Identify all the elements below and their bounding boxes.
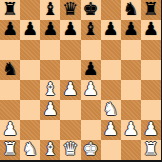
- square-e2[interactable]: [81, 120, 101, 140]
- black-pawn-icon: ♟: [22, 20, 38, 38]
- square-h6[interactable]: [141, 40, 161, 60]
- chess-board: ♜♝♛♚♞♜♟♟♟♟♝♟♟♟♞♟♝♟♟♟♞♟♟♟♟♜♞♝♛♚♜: [0, 0, 162, 162]
- square-g3[interactable]: [121, 100, 141, 120]
- black-bishop-icon: ♝: [42, 0, 58, 18]
- square-h7[interactable]: ♟: [141, 20, 161, 40]
- square-d6[interactable]: [60, 40, 80, 60]
- square-d5[interactable]: [60, 60, 80, 80]
- black-king-icon: ♚: [82, 0, 98, 18]
- white-pawn-icon: ♟: [42, 100, 58, 118]
- square-d1[interactable]: ♛: [60, 140, 80, 160]
- square-a1[interactable]: ♜: [0, 140, 20, 160]
- white-knight-icon: ♞: [103, 100, 119, 118]
- black-pawn-icon: ♟: [103, 20, 119, 38]
- square-h2[interactable]: ♟: [141, 120, 161, 140]
- square-c6[interactable]: [40, 40, 60, 60]
- square-b2[interactable]: [20, 120, 40, 140]
- black-pawn-icon: ♟: [143, 20, 159, 38]
- white-bishop-icon: ♝: [42, 140, 58, 158]
- square-c5[interactable]: [40, 60, 60, 80]
- black-knight-icon: ♞: [123, 0, 139, 18]
- square-f6[interactable]: [101, 40, 121, 60]
- square-d3[interactable]: [60, 100, 80, 120]
- square-e4[interactable]: ♟: [81, 80, 101, 100]
- square-a4[interactable]: [0, 80, 20, 100]
- square-c3[interactable]: ♟: [40, 100, 60, 120]
- square-a3[interactable]: [0, 100, 20, 120]
- square-a6[interactable]: [0, 40, 20, 60]
- square-d2[interactable]: [60, 120, 80, 140]
- white-pawn-icon: ♟: [62, 80, 78, 98]
- square-c4[interactable]: ♝: [40, 80, 60, 100]
- square-g7[interactable]: ♟: [121, 20, 141, 40]
- white-pawn-icon: ♟: [82, 80, 98, 98]
- square-f2[interactable]: ♟: [101, 120, 121, 140]
- black-pawn-icon: ♟: [42, 20, 58, 38]
- square-f4[interactable]: [101, 80, 121, 100]
- square-f5[interactable]: [101, 60, 121, 80]
- square-e7[interactable]: ♝: [81, 20, 101, 40]
- square-a5[interactable]: ♞: [0, 60, 20, 80]
- square-f8[interactable]: [101, 0, 121, 20]
- black-queen-icon: ♛: [62, 0, 78, 18]
- white-pawn-icon: ♟: [2, 120, 18, 138]
- square-h8[interactable]: ♜: [141, 0, 161, 20]
- white-knight-icon: ♞: [22, 140, 38, 158]
- black-bishop-icon: ♝: [82, 20, 98, 38]
- black-pawn-icon: ♟: [123, 20, 139, 38]
- square-b8[interactable]: [20, 0, 40, 20]
- square-a2[interactable]: ♟: [0, 120, 20, 140]
- white-rook-icon: ♜: [2, 140, 18, 158]
- white-pawn-icon: ♟: [103, 120, 119, 138]
- square-e8[interactable]: ♚: [81, 0, 101, 20]
- square-d4[interactable]: ♟: [60, 80, 80, 100]
- square-e5[interactable]: ♟: [81, 60, 101, 80]
- square-g6[interactable]: [121, 40, 141, 60]
- square-g5[interactable]: [121, 60, 141, 80]
- square-d7[interactable]: ♟: [60, 20, 80, 40]
- square-a7[interactable]: ♟: [0, 20, 20, 40]
- square-g8[interactable]: ♞: [121, 0, 141, 20]
- white-bishop-icon: ♝: [42, 80, 58, 98]
- square-f7[interactable]: ♟: [101, 20, 121, 40]
- white-rook-icon: ♜: [143, 140, 159, 158]
- black-pawn-icon: ♟: [2, 20, 18, 38]
- square-g4[interactable]: [121, 80, 141, 100]
- square-f1[interactable]: [101, 140, 121, 160]
- square-e6[interactable]: [81, 40, 101, 60]
- square-e3[interactable]: [81, 100, 101, 120]
- square-d8[interactable]: ♛: [60, 0, 80, 20]
- square-b6[interactable]: [20, 40, 40, 60]
- white-king-icon: ♚: [82, 140, 98, 158]
- black-pawn-icon: ♟: [62, 20, 78, 38]
- black-rook-icon: ♜: [143, 0, 159, 18]
- square-c1[interactable]: ♝: [40, 140, 60, 160]
- square-c8[interactable]: ♝: [40, 0, 60, 20]
- white-pawn-icon: ♟: [143, 120, 159, 138]
- square-b5[interactable]: [20, 60, 40, 80]
- square-h5[interactable]: [141, 60, 161, 80]
- square-g2[interactable]: ♟: [121, 120, 141, 140]
- black-pawn-icon: ♟: [82, 60, 98, 78]
- square-b3[interactable]: [20, 100, 40, 120]
- square-g1[interactable]: [121, 140, 141, 160]
- square-h3[interactable]: [141, 100, 161, 120]
- square-h4[interactable]: [141, 80, 161, 100]
- square-h1[interactable]: ♜: [141, 140, 161, 160]
- square-b7[interactable]: ♟: [20, 20, 40, 40]
- square-c2[interactable]: [40, 120, 60, 140]
- white-pawn-icon: ♟: [123, 120, 139, 138]
- square-a8[interactable]: ♜: [0, 0, 20, 20]
- square-c7[interactable]: ♟: [40, 20, 60, 40]
- black-rook-icon: ♜: [2, 0, 18, 18]
- square-b4[interactable]: [20, 80, 40, 100]
- square-f3[interactable]: ♞: [101, 100, 121, 120]
- black-knight-icon: ♞: [2, 60, 18, 78]
- square-b1[interactable]: ♞: [20, 140, 40, 160]
- white-queen-icon: ♛: [62, 140, 78, 158]
- square-e1[interactable]: ♚: [81, 140, 101, 160]
